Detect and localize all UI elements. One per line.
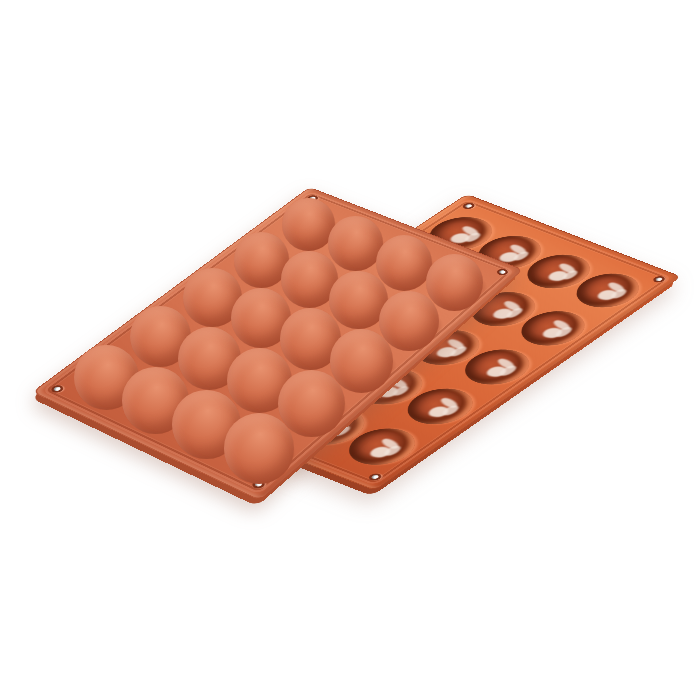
- mold-bump: [376, 235, 432, 291]
- mold-bump: [426, 254, 483, 311]
- mold-bump: [379, 291, 439, 351]
- hanging-hole: [494, 268, 509, 277]
- mold-bump: [224, 413, 295, 484]
- mold-bump: [282, 198, 335, 251]
- product-photo: [0, 0, 700, 700]
- mold-bump: [328, 216, 383, 271]
- background: { "scene": { "type": "product-photo", "d…: [0, 0, 700, 700]
- front-mold: [0, 0, 700, 700]
- mold-bump: [330, 329, 394, 393]
- hanging-hole: [48, 384, 65, 394]
